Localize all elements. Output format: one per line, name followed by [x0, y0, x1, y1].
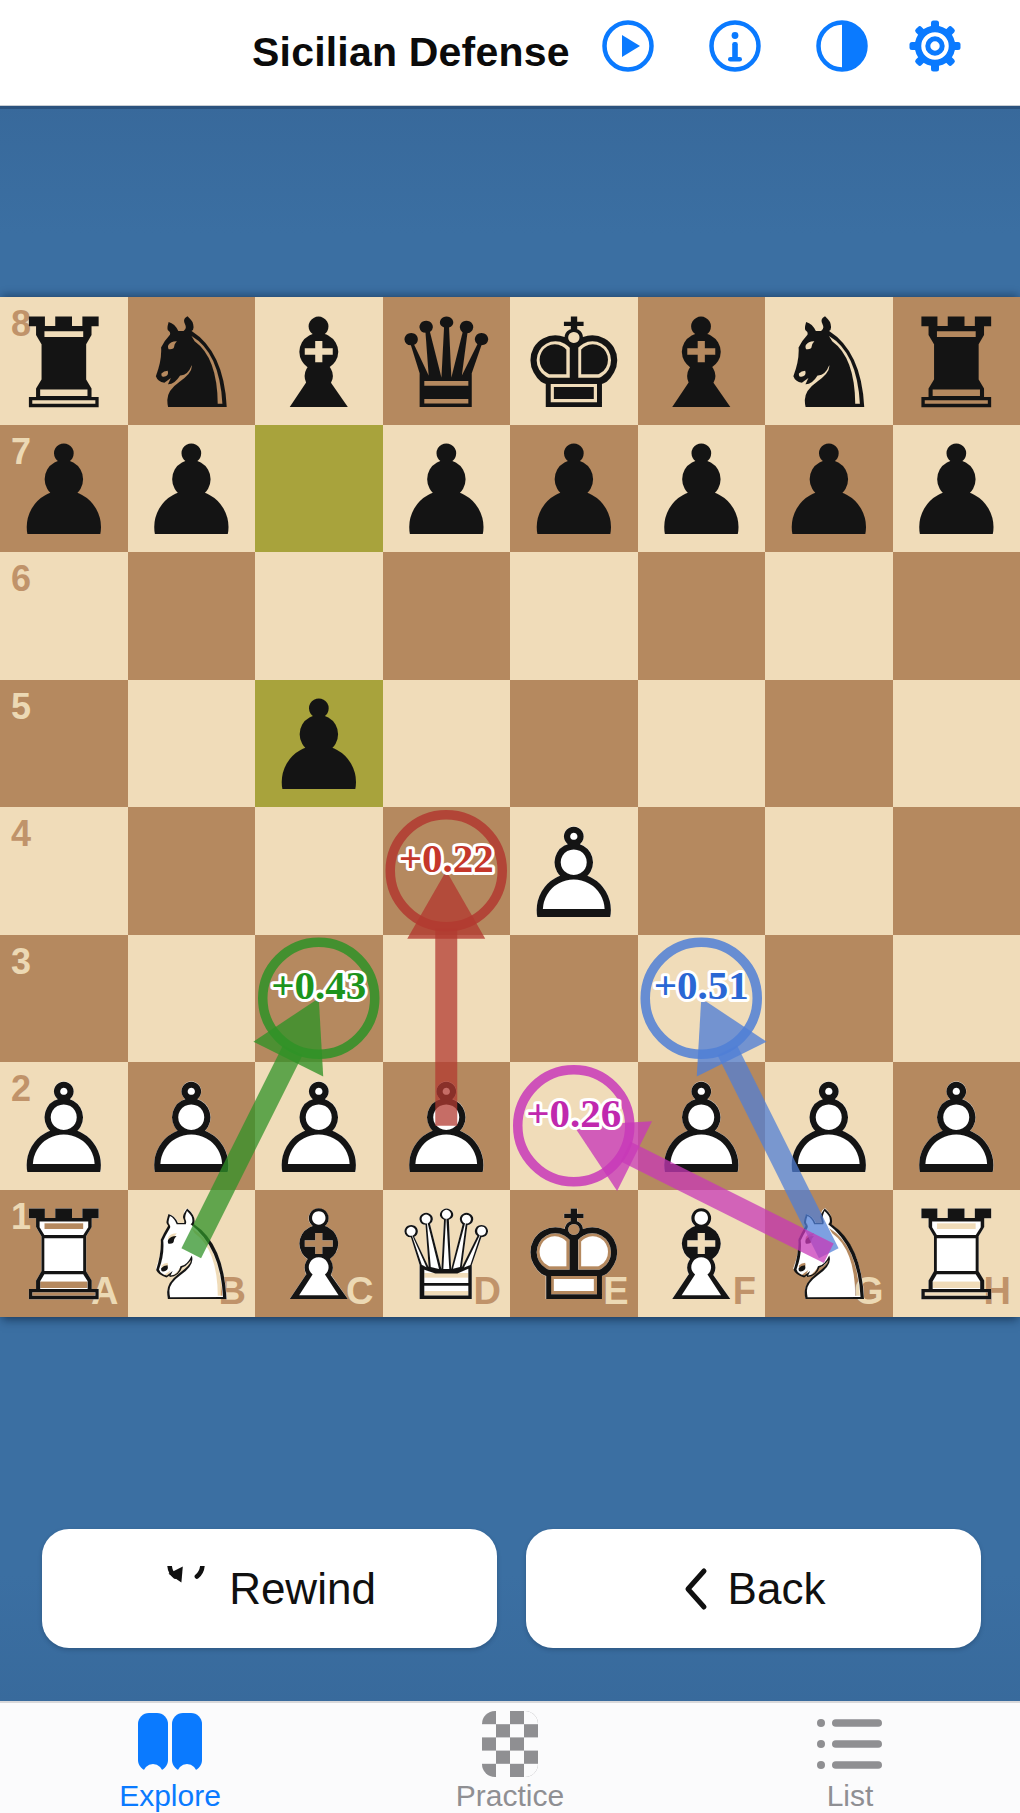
square-e4[interactable]: ♟♙: [510, 807, 638, 935]
square-b2[interactable]: ♟♙: [128, 1062, 256, 1190]
info-circle-icon[interactable]: [708, 19, 762, 73]
square-h6[interactable]: [893, 552, 1020, 680]
back-button[interactable]: Back: [526, 1529, 981, 1648]
black-rook-h8: ♜: [893, 297, 1020, 425]
tab-bar: Explore Practice: [0, 1701, 1020, 1813]
white-pawn-g2: ♟♙: [765, 1062, 893, 1190]
rewind-button[interactable]: Rewind: [42, 1529, 497, 1648]
rank-label-6: 6: [11, 561, 31, 597]
white-pawn-f2: ♟♙: [638, 1062, 766, 1190]
square-c5[interactable]: ♟: [255, 680, 383, 808]
square-e6[interactable]: [510, 552, 638, 680]
square-d4[interactable]: [383, 807, 511, 935]
square-g5[interactable]: [765, 680, 893, 808]
square-h1[interactable]: H♜♖: [893, 1190, 1020, 1318]
tab-practice-label: Practice: [456, 1779, 564, 1813]
square-h3[interactable]: [893, 935, 1020, 1063]
chevron-left-icon: [682, 1567, 708, 1611]
tab-explore-label: Explore: [119, 1779, 221, 1813]
black-queen-d8: ♛: [383, 297, 511, 425]
black-pawn-e7: ♟: [510, 425, 638, 553]
rank-label-5: 5: [11, 689, 31, 725]
square-d8[interactable]: ♛: [383, 297, 511, 425]
settings-gear-icon[interactable]: [908, 19, 962, 73]
square-e3[interactable]: [510, 935, 638, 1063]
square-h7[interactable]: ♟: [893, 425, 1020, 553]
header: Sicilian Defense: [0, 0, 1020, 106]
square-c2[interactable]: ♟♙: [255, 1062, 383, 1190]
square-a3[interactable]: 3: [0, 935, 128, 1063]
tab-explore[interactable]: Explore: [0, 1703, 340, 1813]
square-a6[interactable]: 6: [0, 552, 128, 680]
black-bishop-f8: ♝: [638, 297, 766, 425]
rewind-label: Rewind: [229, 1564, 376, 1614]
black-pawn-b7: ♟: [128, 425, 256, 553]
square-a2[interactable]: 2♟♙: [0, 1062, 128, 1190]
rank-label-4: 4: [11, 816, 31, 852]
black-knight-b8: ♞: [128, 297, 256, 425]
book-icon: [134, 1711, 206, 1777]
list-icon: [814, 1711, 886, 1777]
square-c6[interactable]: [255, 552, 383, 680]
contrast-icon[interactable]: [815, 19, 869, 73]
square-c3[interactable]: [255, 935, 383, 1063]
square-g7[interactable]: ♟: [765, 425, 893, 553]
square-d2[interactable]: ♟♙: [383, 1062, 511, 1190]
back-label: Back: [728, 1564, 826, 1614]
file-label-G: G: [854, 1272, 884, 1310]
square-e5[interactable]: [510, 680, 638, 808]
square-f2[interactable]: ♟♙: [638, 1062, 766, 1190]
square-g3[interactable]: [765, 935, 893, 1063]
square-g4[interactable]: [765, 807, 893, 935]
square-d1[interactable]: D♛♕: [383, 1190, 511, 1318]
play-circle-icon[interactable]: [601, 19, 655, 73]
tab-practice[interactable]: Practice: [340, 1703, 680, 1813]
square-g2[interactable]: ♟♙: [765, 1062, 893, 1190]
square-g8[interactable]: ♞: [765, 297, 893, 425]
tab-list[interactable]: List: [680, 1703, 1020, 1813]
rank-label-7: 7: [11, 434, 31, 470]
square-b3[interactable]: [128, 935, 256, 1063]
square-d6[interactable]: [383, 552, 511, 680]
square-g1[interactable]: G♞♘: [765, 1190, 893, 1318]
square-a8[interactable]: 8♜: [0, 297, 128, 425]
white-pawn-c2: ♟♙: [255, 1062, 383, 1190]
square-c8[interactable]: ♝: [255, 297, 383, 425]
white-pawn-h2: ♟♙: [893, 1062, 1020, 1190]
square-f8[interactable]: ♝: [638, 297, 766, 425]
square-a1[interactable]: 1A♜♖: [0, 1190, 128, 1318]
square-f1[interactable]: F♝♗: [638, 1190, 766, 1318]
square-h4[interactable]: [893, 807, 1020, 935]
file-label-H: H: [984, 1272, 1011, 1310]
tab-list-label: List: [827, 1779, 874, 1813]
black-pawn-d7: ♟: [383, 425, 511, 553]
square-b7[interactable]: ♟: [128, 425, 256, 553]
square-a4[interactable]: 4: [0, 807, 128, 935]
rank-label-8: 8: [11, 306, 31, 342]
square-f4[interactable]: [638, 807, 766, 935]
file-label-F: F: [733, 1272, 756, 1310]
chess-board[interactable]: 8♜♞♝♛♚♝♞♜7♟♟♟♟♟♟♟65♟4♟♙32♟♙♟♙♟♙♟♙♟♙♟♙♟♙1…: [0, 297, 1020, 1317]
rank-label-2: 2: [11, 1071, 31, 1107]
rank-label-3: 3: [11, 944, 31, 980]
black-pawn-f7: ♟: [638, 425, 766, 553]
square-h2[interactable]: ♟♙: [893, 1062, 1020, 1190]
square-e8[interactable]: ♚: [510, 297, 638, 425]
square-a5[interactable]: 5: [0, 680, 128, 808]
black-pawn-c5: ♟: [255, 680, 383, 808]
square-f6[interactable]: [638, 552, 766, 680]
file-label-A: A: [91, 1272, 118, 1310]
file-label-D: D: [474, 1272, 501, 1310]
black-king-e8: ♚: [510, 297, 638, 425]
black-knight-g8: ♞: [765, 297, 893, 425]
rewind-icon: [163, 1566, 209, 1612]
white-pawn-b2: ♟♙: [128, 1062, 256, 1190]
square-b6[interactable]: [128, 552, 256, 680]
square-c4[interactable]: [255, 807, 383, 935]
square-b8[interactable]: ♞: [128, 297, 256, 425]
checkerboard-icon: [478, 1711, 542, 1777]
white-pawn-e4: ♟♙: [510, 807, 638, 935]
square-b5[interactable]: [128, 680, 256, 808]
page-title: Sicilian Defense: [252, 0, 570, 104]
black-pawn-h7: ♟: [893, 425, 1020, 553]
square-e2[interactable]: [510, 1062, 638, 1190]
square-b1[interactable]: B♞♘: [128, 1190, 256, 1318]
square-f7[interactable]: ♟: [638, 425, 766, 553]
file-label-E: E: [603, 1272, 628, 1310]
square-e1[interactable]: E♚♔: [510, 1190, 638, 1318]
square-e7[interactable]: ♟: [510, 425, 638, 553]
square-h8[interactable]: ♜: [893, 297, 1020, 425]
square-d3[interactable]: [383, 935, 511, 1063]
square-a7[interactable]: 7♟: [0, 425, 128, 553]
file-label-C: C: [346, 1272, 373, 1310]
square-f5[interactable]: [638, 680, 766, 808]
square-h5[interactable]: [893, 680, 1020, 808]
square-f3[interactable]: [638, 935, 766, 1063]
black-bishop-c8: ♝: [255, 297, 383, 425]
square-c7[interactable]: [255, 425, 383, 553]
black-pawn-g7: ♟: [765, 425, 893, 553]
file-label-B: B: [219, 1272, 246, 1310]
rank-label-1: 1: [11, 1199, 31, 1235]
square-b4[interactable]: [128, 807, 256, 935]
square-c1[interactable]: C♝♗: [255, 1190, 383, 1318]
square-d7[interactable]: ♟: [383, 425, 511, 553]
square-d5[interactable]: [383, 680, 511, 808]
square-g6[interactable]: [765, 552, 893, 680]
white-pawn-d2: ♟♙: [383, 1062, 511, 1190]
